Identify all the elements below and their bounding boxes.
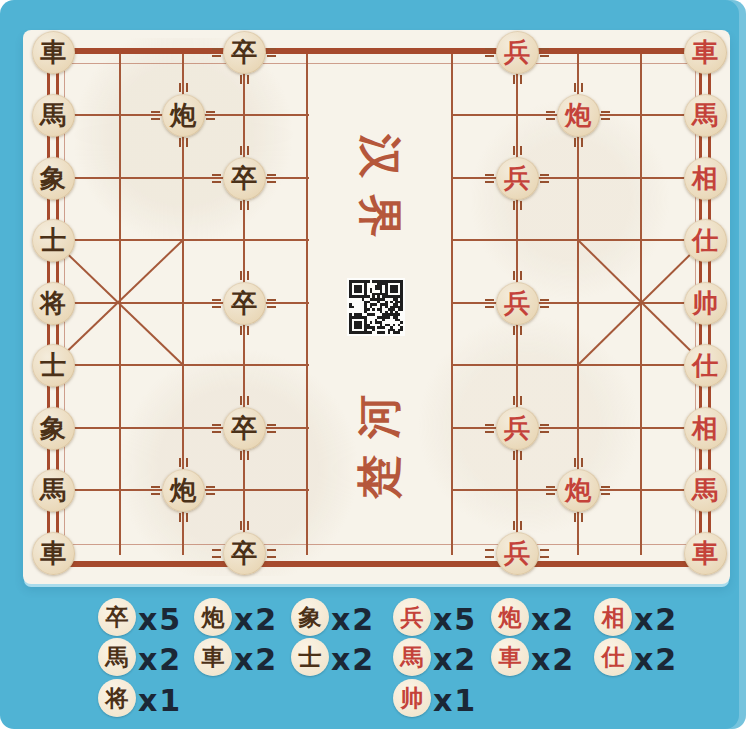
piece-red[interactable]: 車 xyxy=(684,31,727,74)
piece-black[interactable]: 士 xyxy=(32,219,75,262)
legend-piece-disc: 車 xyxy=(194,638,232,676)
point-marker xyxy=(513,451,522,460)
legend-piece-char: 炮 xyxy=(202,606,225,629)
piece-char: 相 xyxy=(692,415,718,441)
point-marker xyxy=(513,146,522,155)
legend-piece-char: 象 xyxy=(299,606,322,629)
piece-red[interactable]: 相 xyxy=(684,407,727,450)
point-marker xyxy=(206,486,215,495)
piece-char: 卒 xyxy=(231,415,257,441)
legend-piece-char: 炮 xyxy=(499,606,522,629)
piece-black[interactable]: 将 xyxy=(32,282,75,325)
point-marker xyxy=(240,146,249,155)
point-marker xyxy=(540,549,549,558)
legend-piece-disc: 象 xyxy=(291,598,329,636)
legend-count: x1 xyxy=(138,683,182,718)
piece-red[interactable]: 兵 xyxy=(496,532,539,575)
piece-char: 士 xyxy=(40,352,66,378)
point-marker xyxy=(485,48,494,57)
point-marker xyxy=(540,299,549,308)
point-marker xyxy=(513,326,522,335)
point-marker xyxy=(151,111,160,120)
piece-char: 仕 xyxy=(692,227,718,253)
piece-char: 士 xyxy=(40,227,66,253)
piece-red[interactable]: 仕 xyxy=(684,344,727,387)
legend-piece-disc: 仕 xyxy=(594,638,632,676)
point-marker xyxy=(513,396,522,405)
piece-black[interactable]: 卒 xyxy=(223,407,266,450)
point-marker xyxy=(179,458,188,467)
legend-piece-disc: 兵 xyxy=(393,598,431,636)
legend-count: x2 xyxy=(234,642,278,677)
legend-count: x1 xyxy=(433,683,477,718)
point-marker xyxy=(574,138,583,147)
point-marker xyxy=(267,48,276,57)
legend-piece-disc: 相 xyxy=(594,598,632,636)
point-marker xyxy=(212,424,221,433)
point-marker xyxy=(240,75,249,84)
legend-piece-char: 将 xyxy=(106,687,129,710)
piece-char: 卒 xyxy=(231,290,257,316)
legend-piece-disc: 馬 xyxy=(98,638,136,676)
piece-red[interactable]: 馬 xyxy=(684,94,727,137)
piece-char: 車 xyxy=(40,540,66,566)
legend-piece-char: 車 xyxy=(499,646,522,669)
legend-count: x2 xyxy=(531,642,575,677)
point-marker xyxy=(267,549,276,558)
piece-char: 炮 xyxy=(170,477,196,503)
legend-piece-char: 馬 xyxy=(106,646,129,669)
legend-piece-disc: 車 xyxy=(491,638,529,676)
legend-piece-char: 卒 xyxy=(106,606,129,629)
piece-char: 炮 xyxy=(565,102,591,128)
piece-black[interactable]: 車 xyxy=(32,532,75,575)
point-marker xyxy=(485,174,494,183)
point-marker xyxy=(240,326,249,335)
piece-black[interactable]: 象 xyxy=(32,407,75,450)
legend-count: x5 xyxy=(138,602,182,637)
piece-black[interactable]: 卒 xyxy=(223,31,266,74)
legend-piece-disc: 馬 xyxy=(393,638,431,676)
point-marker xyxy=(574,513,583,522)
legend-piece-disc: 炮 xyxy=(194,598,232,636)
point-marker xyxy=(212,549,221,558)
point-marker xyxy=(212,174,221,183)
piece-char: 卒 xyxy=(231,165,257,191)
piece-char: 兵 xyxy=(504,540,530,566)
legend-count: x2 xyxy=(138,642,182,677)
piece-char: 将 xyxy=(40,290,66,316)
piece-char: 車 xyxy=(40,39,66,65)
legend-count: x2 xyxy=(531,602,575,637)
point-marker xyxy=(485,424,494,433)
legend-piece-char: 仕 xyxy=(602,646,625,669)
point-marker xyxy=(601,111,610,120)
legend-piece-char: 兵 xyxy=(401,606,424,629)
piece-black[interactable]: 士 xyxy=(32,344,75,387)
piece-black[interactable]: 馬 xyxy=(32,94,75,137)
point-marker xyxy=(513,521,522,530)
point-marker xyxy=(513,75,522,84)
piece-red[interactable]: 仕 xyxy=(684,219,727,262)
piece-red[interactable]: 馬 xyxy=(684,469,727,512)
legend-count: x2 xyxy=(234,602,278,637)
piece-red[interactable]: 相 xyxy=(684,157,727,200)
piece-red[interactable]: 兵 xyxy=(496,31,539,74)
piece-char: 仕 xyxy=(692,352,718,378)
piece-char: 卒 xyxy=(231,540,257,566)
piece-red[interactable]: 炮 xyxy=(557,94,600,137)
piece-char: 馬 xyxy=(692,477,718,503)
legend-count: x2 xyxy=(331,602,375,637)
legend-count: x5 xyxy=(433,602,477,637)
point-marker xyxy=(240,396,249,405)
point-marker xyxy=(179,513,188,522)
legend-piece-char: 車 xyxy=(202,646,225,669)
piece-char: 象 xyxy=(40,415,66,441)
piece-black[interactable]: 象 xyxy=(32,157,75,200)
legend-piece-disc: 帅 xyxy=(393,679,431,717)
point-marker xyxy=(179,138,188,147)
point-marker xyxy=(212,48,221,57)
point-marker xyxy=(546,111,555,120)
legend-piece-disc: 将 xyxy=(98,679,136,717)
piece-black[interactable]: 卒 xyxy=(223,157,266,200)
point-marker xyxy=(574,83,583,92)
piece-red[interactable]: 帅 xyxy=(684,282,727,325)
point-marker xyxy=(267,424,276,433)
point-marker xyxy=(240,451,249,460)
piece-char: 相 xyxy=(692,165,718,191)
piece-char: 車 xyxy=(692,39,718,65)
legend-count: x2 xyxy=(634,642,678,677)
legend-piece-disc: 炮 xyxy=(491,598,529,636)
point-marker xyxy=(540,48,549,57)
piece-char: 炮 xyxy=(565,477,591,503)
point-marker xyxy=(151,486,160,495)
piece-count-legend: 卒x5炮x2象x2兵x5炮x2相x2馬x2車x2士x2馬x2車x2仕x2将x1帅… xyxy=(0,0,746,729)
point-marker xyxy=(485,299,494,308)
piece-red[interactable]: 兵 xyxy=(496,157,539,200)
piece-char: 兵 xyxy=(504,39,530,65)
point-marker xyxy=(601,486,610,495)
point-marker xyxy=(267,299,276,308)
piece-char: 象 xyxy=(40,165,66,191)
point-marker xyxy=(206,111,215,120)
piece-char: 卒 xyxy=(231,39,257,65)
piece-black[interactable]: 車 xyxy=(32,31,75,74)
point-marker xyxy=(212,299,221,308)
legend-piece-char: 馬 xyxy=(401,646,424,669)
piece-black[interactable]: 卒 xyxy=(223,532,266,575)
piece-red[interactable]: 兵 xyxy=(496,282,539,325)
point-marker xyxy=(240,201,249,210)
point-marker xyxy=(513,201,522,210)
piece-char: 帅 xyxy=(692,290,718,316)
legend-piece-char: 相 xyxy=(602,606,625,629)
piece-black[interactable]: 炮 xyxy=(162,469,205,512)
point-marker xyxy=(240,271,249,280)
legend-count: x2 xyxy=(331,642,375,677)
point-marker xyxy=(546,486,555,495)
point-marker xyxy=(513,271,522,280)
point-marker xyxy=(540,424,549,433)
piece-red[interactable]: 兵 xyxy=(496,407,539,450)
piece-red[interactable]: 炮 xyxy=(557,469,600,512)
point-marker xyxy=(240,521,249,530)
screenshot: 汉界 楚河 車馬象士将士象馬車炮炮卒卒卒卒卒兵兵兵兵兵炮炮車馬相仕帅仕相馬車 卒… xyxy=(0,0,746,729)
point-marker xyxy=(485,549,494,558)
piece-red[interactable]: 車 xyxy=(684,532,727,575)
legend-piece-disc: 卒 xyxy=(98,598,136,636)
board-frame-top xyxy=(43,48,711,54)
point-marker xyxy=(540,174,549,183)
piece-char: 車 xyxy=(692,540,718,566)
piece-black[interactable]: 炮 xyxy=(162,94,205,137)
piece-char: 馬 xyxy=(692,102,718,128)
piece-char: 馬 xyxy=(40,102,66,128)
point-marker xyxy=(179,83,188,92)
piece-black[interactable]: 馬 xyxy=(32,469,75,512)
legend-count: x2 xyxy=(433,642,477,677)
app-background: 汉界 楚河 車馬象士将士象馬車炮炮卒卒卒卒卒兵兵兵兵兵炮炮車馬相仕帅仕相馬車 卒… xyxy=(0,0,746,729)
legend-count: x2 xyxy=(634,602,678,637)
legend-piece-char: 士 xyxy=(299,646,322,669)
legend-piece-disc: 士 xyxy=(291,638,329,676)
piece-char: 炮 xyxy=(170,102,196,128)
piece-black[interactable]: 卒 xyxy=(223,282,266,325)
piece-char: 兵 xyxy=(504,415,530,441)
piece-char: 馬 xyxy=(40,477,66,503)
piece-char: 兵 xyxy=(504,290,530,316)
board-frame-bottom xyxy=(43,561,711,567)
point-marker xyxy=(574,458,583,467)
point-marker xyxy=(267,174,276,183)
legend-piece-char: 帅 xyxy=(401,687,424,710)
piece-char: 兵 xyxy=(504,165,530,191)
